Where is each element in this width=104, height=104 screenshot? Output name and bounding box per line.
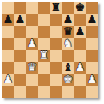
square-h2[interactable]: ♟ (86, 74, 98, 86)
square-e1[interactable] (50, 86, 62, 98)
square-d8[interactable] (38, 2, 50, 14)
square-b4[interactable] (14, 50, 26, 62)
square-e7[interactable] (50, 14, 62, 26)
square-b1[interactable] (14, 86, 26, 98)
white-pawn[interactable]: ♟ (75, 62, 85, 74)
square-d7[interactable] (38, 14, 50, 26)
square-e4[interactable] (50, 50, 62, 62)
white-knight[interactable]: ♞ (63, 38, 73, 50)
white-pawn[interactable]: ♟ (3, 74, 13, 86)
white-pawn[interactable]: ♟ (27, 38, 37, 50)
square-f3[interactable]: ♝ (62, 62, 74, 74)
square-c8[interactable] (26, 2, 38, 14)
chess-board: ♜♚♟♟♟♟♛♟♟♞♜♛♝♟♟♚♟ (2, 2, 98, 98)
square-d6[interactable] (38, 26, 50, 38)
square-f4[interactable] (62, 50, 74, 62)
screenshot-stage: ♜♚♟♟♟♟♛♟♟♞♜♛♝♟♟♚♟ (0, 0, 104, 104)
square-a6[interactable] (2, 26, 14, 38)
square-a8[interactable] (2, 2, 14, 14)
square-a4[interactable] (2, 50, 14, 62)
square-c1[interactable] (26, 86, 38, 98)
square-b6[interactable] (14, 26, 26, 38)
square-c2[interactable] (26, 74, 38, 86)
square-g1[interactable] (74, 86, 86, 98)
black-pawn[interactable]: ♟ (75, 26, 85, 38)
square-c6[interactable] (26, 26, 38, 38)
square-b3[interactable] (14, 62, 26, 74)
square-h4[interactable] (86, 50, 98, 62)
white-king[interactable]: ♚ (63, 74, 73, 86)
square-f5[interactable]: ♞ (62, 38, 74, 50)
square-c7[interactable] (26, 14, 38, 26)
square-a2[interactable]: ♟ (2, 74, 14, 86)
square-g4[interactable] (74, 50, 86, 62)
square-d2[interactable] (38, 74, 50, 86)
black-bishop[interactable]: ♝ (63, 62, 73, 74)
square-e8[interactable]: ♜ (50, 2, 62, 14)
square-h7[interactable]: ♟ (86, 14, 98, 26)
black-king[interactable]: ♚ (75, 2, 85, 14)
square-g3[interactable]: ♟ (74, 62, 86, 74)
square-g6[interactable]: ♟ (74, 26, 86, 38)
white-queen[interactable]: ♛ (27, 62, 37, 74)
square-g8[interactable]: ♚ (74, 2, 86, 14)
square-h8[interactable] (86, 2, 98, 14)
white-pawn[interactable]: ♟ (87, 74, 97, 86)
square-h5[interactable] (86, 38, 98, 50)
square-g2[interactable] (74, 74, 86, 86)
square-a1[interactable] (2, 86, 14, 98)
square-b7[interactable]: ♟ (14, 14, 26, 26)
square-d1[interactable] (38, 86, 50, 98)
square-d5[interactable] (38, 38, 50, 50)
black-rook[interactable]: ♜ (51, 2, 61, 14)
white-rook[interactable]: ♜ (39, 50, 49, 62)
black-pawn[interactable]: ♟ (63, 14, 73, 26)
square-e6[interactable] (50, 26, 62, 38)
square-b5[interactable] (14, 38, 26, 50)
square-f7[interactable]: ♟ (62, 14, 74, 26)
square-f1[interactable] (62, 86, 74, 98)
square-g5[interactable] (74, 38, 86, 50)
square-h3[interactable] (86, 62, 98, 74)
square-c5[interactable]: ♟ (26, 38, 38, 50)
square-h1[interactable] (86, 86, 98, 98)
square-h6[interactable] (86, 26, 98, 38)
square-a3[interactable] (2, 62, 14, 74)
square-f6[interactable]: ♛ (62, 26, 74, 38)
square-c3[interactable]: ♛ (26, 62, 38, 74)
black-queen[interactable]: ♛ (63, 26, 73, 38)
square-b8[interactable] (14, 2, 26, 14)
square-c4[interactable] (26, 50, 38, 62)
square-a5[interactable] (2, 38, 14, 50)
black-pawn[interactable]: ♟ (15, 14, 25, 26)
square-e2[interactable] (50, 74, 62, 86)
square-e5[interactable] (50, 38, 62, 50)
square-e3[interactable] (50, 62, 62, 74)
square-a7[interactable]: ♟ (2, 14, 14, 26)
black-pawn[interactable]: ♟ (87, 14, 97, 26)
square-b2[interactable] (14, 74, 26, 86)
square-g7[interactable] (74, 14, 86, 26)
square-d3[interactable] (38, 62, 50, 74)
square-f8[interactable] (62, 2, 74, 14)
square-f2[interactable]: ♚ (62, 74, 74, 86)
black-pawn[interactable]: ♟ (3, 14, 13, 26)
square-d4[interactable]: ♜ (38, 50, 50, 62)
